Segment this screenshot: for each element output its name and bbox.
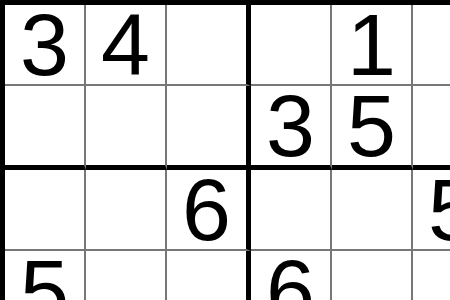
sudoku-cell-r1c6[interactable] bbox=[413, 5, 450, 86]
sudoku-cell-r1c5: 1 bbox=[332, 5, 413, 86]
sudoku-cell-r1c2: 4 bbox=[86, 5, 167, 86]
sudoku-cell-r3c1[interactable] bbox=[5, 170, 86, 251]
sudoku-cell-r4c1: 5 bbox=[5, 251, 86, 300]
sudoku-cell-r4c6[interactable] bbox=[413, 251, 450, 300]
sudoku-cell-r2c6[interactable] bbox=[413, 86, 450, 170]
sudoku-cell-r4c3[interactable] bbox=[167, 251, 251, 300]
sudoku-cell-r4c2[interactable] bbox=[86, 251, 167, 300]
sudoku-cell-r4c4: 6 bbox=[251, 251, 332, 300]
sudoku-cell-r3c4[interactable] bbox=[251, 170, 332, 251]
sudoku-cell-r3c5[interactable] bbox=[332, 170, 413, 251]
sudoku-cell-r3c3: 6 bbox=[167, 170, 251, 251]
sudoku-cell-r4c5[interactable] bbox=[332, 251, 413, 300]
sudoku-cell-r3c2[interactable] bbox=[86, 170, 167, 251]
sudoku-cell-r2c4: 3 bbox=[251, 86, 332, 170]
sudoku-cell-r2c3[interactable] bbox=[167, 86, 251, 170]
sudoku-cell-r1c4[interactable] bbox=[251, 5, 332, 86]
sudoku-viewport: 341356556 bbox=[0, 0, 450, 300]
sudoku-cell-r1c1: 3 bbox=[5, 5, 86, 86]
sudoku-board: 341356556 bbox=[0, 0, 450, 300]
sudoku-cell-r3c6: 5 bbox=[413, 170, 450, 251]
sudoku-cell-r1c3[interactable] bbox=[167, 5, 251, 86]
sudoku-cell-r2c5: 5 bbox=[332, 86, 413, 170]
sudoku-cell-r2c2[interactable] bbox=[86, 86, 167, 170]
sudoku-cell-r2c1[interactable] bbox=[5, 86, 86, 170]
